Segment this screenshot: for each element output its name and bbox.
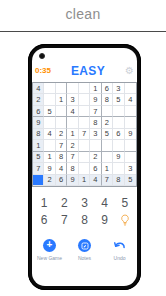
app-screen: 0:35 EASY ⚙ 4163213985465479828421735691… [32, 48, 137, 286]
page-title: clean [0, 6, 166, 22]
cell-r6c1[interactable]: 1 [33, 140, 44, 151]
cell-r4c5[interactable] [79, 117, 90, 128]
undo-label: Undo [114, 255, 126, 261]
cell-r2c6[interactable]: 9 [90, 94, 101, 105]
cell-r9c4[interactable]: 9 [67, 175, 78, 186]
cell-r7c6[interactable]: 2 [90, 152, 101, 163]
cell-r3c6[interactable]: 7 [90, 106, 101, 117]
cell-r1c7[interactable]: 6 [102, 83, 113, 94]
numpad-6[interactable]: 6 [34, 211, 54, 228]
cell-r2c5[interactable] [79, 94, 90, 105]
cell-r8c8[interactable] [113, 163, 124, 174]
cell-r7c9[interactable] [125, 152, 136, 163]
cell-r8c4[interactable]: 8 [67, 163, 78, 174]
lightbulb-icon[interactable] [115, 211, 135, 228]
cell-r4c9[interactable] [125, 117, 136, 128]
cell-r8c6[interactable]: 6 [90, 163, 101, 174]
undo-button[interactable]: Undo [105, 239, 135, 261]
cell-r3c3[interactable] [56, 106, 67, 117]
cell-r8c9[interactable]: 3 [125, 163, 136, 174]
notes-icon [78, 239, 91, 252]
cell-r5c3[interactable]: 2 [56, 129, 67, 140]
cell-r1c5[interactable] [79, 83, 90, 94]
cell-r9c9[interactable]: 5 [125, 175, 136, 186]
app-header: 0:35 EASY ⚙ [35, 64, 134, 77]
cell-r6c3[interactable]: 7 [56, 140, 67, 151]
cell-r3c9[interactable] [125, 106, 136, 117]
cell-r8c7[interactable]: 1 [102, 163, 113, 174]
cell-r6c7[interactable] [102, 140, 113, 151]
number-pad: 123456789 [34, 194, 135, 228]
cell-r9c6[interactable]: 4 [90, 175, 101, 186]
cell-r7c1[interactable]: 5 [33, 152, 44, 163]
cell-r5c1[interactable]: 8 [33, 129, 44, 140]
cell-r6c4[interactable]: 2 [67, 140, 78, 151]
cell-r9c2[interactable]: 2 [44, 175, 55, 186]
cell-r9c1[interactable] [33, 175, 44, 186]
numpad-1[interactable]: 1 [34, 194, 54, 211]
cell-r4c6[interactable]: 8 [90, 117, 101, 128]
cell-r1c3[interactable] [56, 83, 67, 94]
cell-r6c9[interactable] [125, 140, 136, 151]
cell-r9c7[interactable]: 7 [102, 175, 113, 186]
cell-r6c5[interactable] [79, 140, 90, 151]
new-game-button[interactable]: + New Game [35, 239, 65, 261]
notes-button[interactable]: Notes [70, 239, 100, 261]
gear-icon[interactable]: ⚙ [125, 66, 134, 76]
cell-r4c8[interactable] [113, 117, 124, 128]
cell-r3c8[interactable] [113, 106, 124, 117]
cell-r5c9[interactable]: 9 [125, 129, 136, 140]
cell-r1c4[interactable] [67, 83, 78, 94]
cell-r9c5[interactable]: 1 [79, 175, 90, 186]
cell-r8c3[interactable]: 4 [56, 163, 67, 174]
phone-frame: 0:35 EASY ⚙ 4163213985465479828421735691… [28, 44, 141, 290]
cell-r5c8[interactable]: 6 [113, 129, 124, 140]
cell-r5c4[interactable]: 1 [67, 129, 78, 140]
plus-icon: + [43, 239, 56, 252]
camera-hole [39, 53, 45, 59]
page: clean 0:35 EASY ⚙ 4163213985465479828421… [0, 0, 166, 296]
cell-r5c2[interactable]: 4 [44, 129, 55, 140]
cell-r8c5[interactable] [79, 163, 90, 174]
numpad-5[interactable]: 5 [115, 194, 135, 211]
cell-r1c6[interactable]: 1 [90, 83, 101, 94]
cell-r3c7[interactable] [102, 106, 113, 117]
sudoku-grid: 4163213985465479828421735691725187297948… [32, 82, 137, 187]
new-game-label: New Game [37, 255, 62, 261]
cell-r2c4[interactable]: 3 [67, 94, 78, 105]
cell-r3c1[interactable]: 6 [33, 106, 44, 117]
notes-label: Notes [78, 255, 91, 261]
cell-r6c8[interactable] [113, 140, 124, 151]
cell-r9c8[interactable]: 8 [113, 175, 124, 186]
numpad-2[interactable]: 2 [54, 194, 74, 211]
cell-r2c3[interactable]: 1 [56, 94, 67, 105]
cell-r5c5[interactable]: 7 [79, 129, 90, 140]
cell-r7c8[interactable]: 9 [113, 152, 124, 163]
difficulty-label: EASY [71, 64, 105, 78]
cell-r2c7[interactable]: 8 [102, 94, 113, 105]
cell-r7c5[interactable] [79, 152, 90, 163]
cell-r9c3[interactable]: 6 [56, 175, 67, 186]
cell-r1c1[interactable]: 4 [33, 83, 44, 94]
numpad-8[interactable]: 8 [74, 211, 94, 228]
cell-r4c1[interactable]: 9 [33, 117, 44, 128]
cell-r7c3[interactable]: 8 [56, 152, 67, 163]
timer: 0:35 [35, 66, 51, 75]
cell-r4c3[interactable] [56, 117, 67, 128]
cell-r5c6[interactable]: 3 [90, 129, 101, 140]
cell-r1c8[interactable]: 3 [113, 83, 124, 94]
cell-r2c1[interactable]: 2 [33, 94, 44, 105]
cell-r5c7[interactable]: 5 [102, 129, 113, 140]
cell-r3c2[interactable]: 5 [44, 106, 55, 117]
numpad-9[interactable]: 9 [95, 211, 115, 228]
cell-r8c1[interactable]: 7 [33, 163, 44, 174]
cell-r4c4[interactable] [67, 117, 78, 128]
cell-r1c9[interactable] [125, 83, 136, 94]
cell-r8c2[interactable]: 9 [44, 163, 55, 174]
undo-icon [113, 239, 126, 252]
cell-r2c8[interactable]: 5 [113, 94, 124, 105]
cell-r2c9[interactable]: 4 [125, 94, 136, 105]
cell-r1c2[interactable] [44, 83, 55, 94]
bottom-toolbar: + New Game Notes [35, 239, 135, 261]
cell-r4c7[interactable]: 2 [102, 117, 113, 128]
cell-r7c4[interactable]: 7 [67, 152, 78, 163]
numpad-3[interactable]: 3 [74, 194, 94, 211]
cell-r7c2[interactable]: 1 [44, 152, 55, 163]
divider [0, 31, 166, 32]
numpad-4[interactable]: 4 [95, 194, 115, 211]
cell-r7c7[interactable] [102, 152, 113, 163]
cell-r4c2[interactable] [44, 117, 55, 128]
cell-r6c6[interactable] [90, 140, 101, 151]
cell-r3c4[interactable]: 4 [67, 106, 78, 117]
cell-r3c5[interactable] [79, 106, 90, 117]
cell-r6c2[interactable] [44, 140, 55, 151]
numpad-7[interactable]: 7 [54, 211, 74, 228]
cell-r2c2[interactable] [44, 94, 55, 105]
